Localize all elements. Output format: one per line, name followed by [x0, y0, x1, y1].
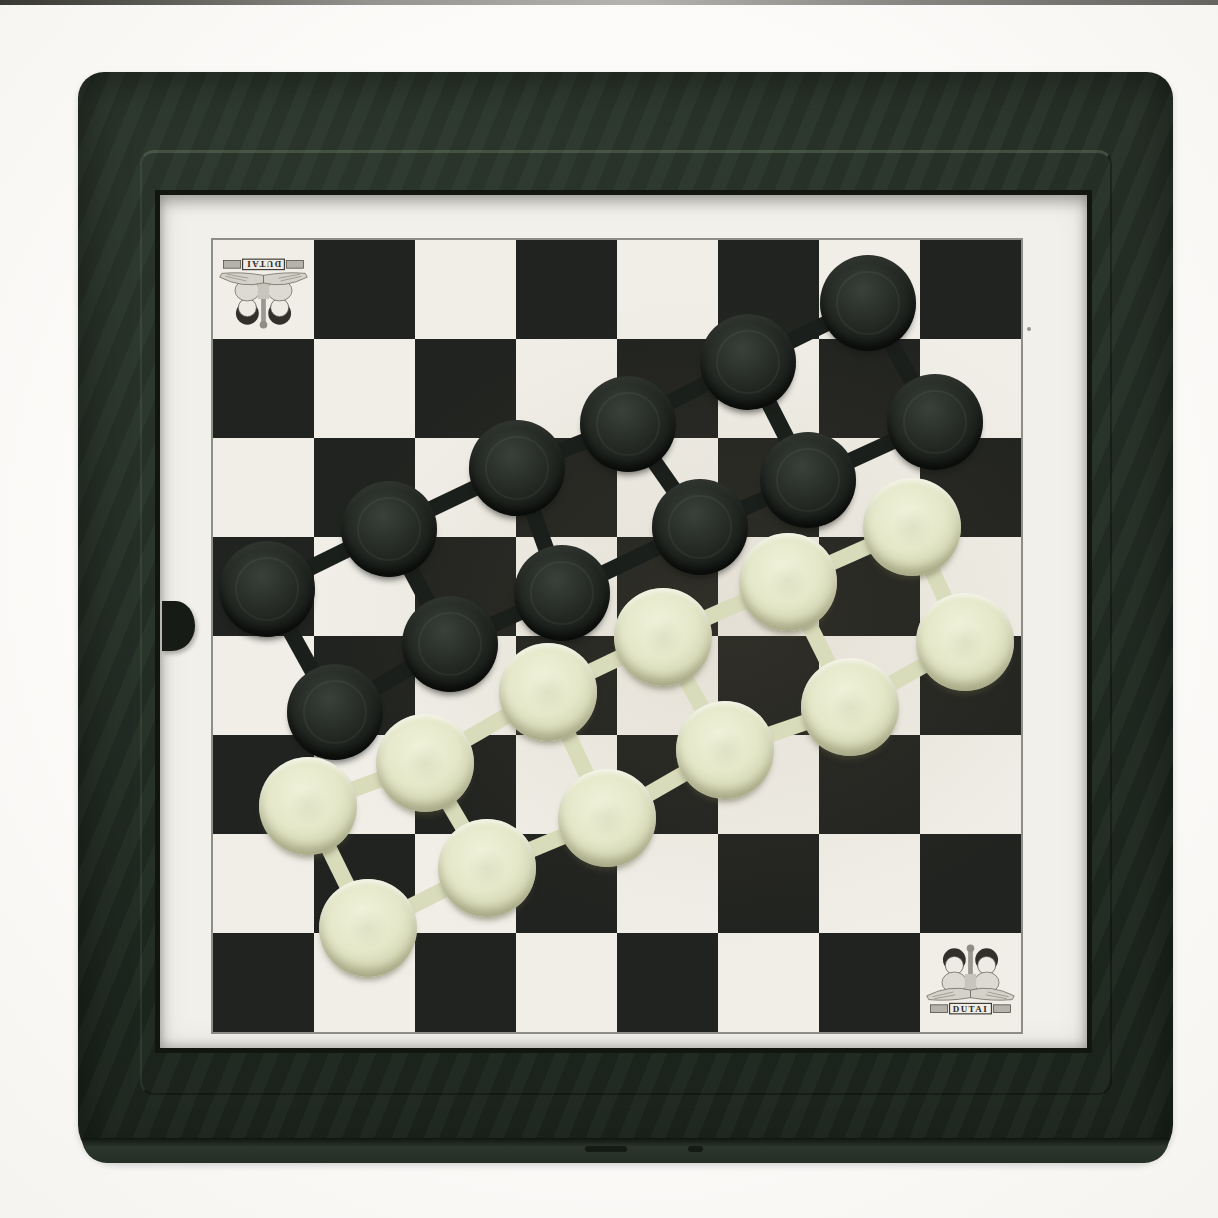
black-checker[interactable] [887, 374, 983, 470]
frame-lip-notch [688, 1146, 703, 1152]
square-r6c6[interactable] [819, 834, 920, 933]
square-r0c2[interactable] [415, 240, 516, 339]
white-checker[interactable] [801, 658, 899, 756]
square-r6c5[interactable] [718, 834, 819, 933]
dust-speck [1027, 327, 1031, 331]
square-r6c7[interactable] [920, 834, 1021, 933]
frame-lip-notch [585, 1146, 627, 1152]
black-checker[interactable] [580, 376, 676, 472]
white-checker[interactable] [319, 879, 417, 977]
square-r0c4[interactable] [617, 240, 718, 339]
black-checker[interactable] [341, 481, 437, 577]
product-photo: DUTAI DUTAI [0, 0, 1218, 1218]
brand-logo-text: DUTAI [246, 259, 282, 269]
white-checker[interactable] [499, 643, 597, 741]
square-r7c3[interactable] [516, 933, 617, 1032]
white-checker[interactable] [558, 769, 656, 867]
white-checker[interactable] [376, 714, 474, 812]
black-checker[interactable] [469, 420, 565, 516]
square-r0c3[interactable] [516, 240, 617, 339]
square-r1c0[interactable] [213, 339, 314, 438]
square-r7c5[interactable] [718, 933, 819, 1032]
white-checker[interactable] [863, 478, 961, 576]
square-r2c0[interactable] [213, 438, 314, 537]
photo-top-edge-strip [0, 0, 1218, 5]
black-checker[interactable] [700, 314, 796, 410]
black-checker[interactable] [760, 432, 856, 528]
black-checker[interactable] [652, 479, 748, 575]
white-checker[interactable] [739, 533, 837, 631]
square-r5c7[interactable] [920, 735, 1021, 834]
square-r0c7[interactable] [920, 240, 1021, 339]
brand-emblem-graphic: DUTAI [216, 243, 311, 338]
brand-logo-text: DUTAI [953, 1004, 989, 1014]
square-r7c4[interactable] [617, 933, 718, 1032]
brand-emblem-graphic: DUTAI [923, 935, 1018, 1030]
square-r7c0[interactable] [213, 933, 314, 1032]
black-checker[interactable] [287, 664, 383, 760]
square-r7c6[interactable] [819, 933, 920, 1032]
black-checker[interactable] [219, 541, 315, 637]
white-checker[interactable] [916, 593, 1014, 691]
square-r0c1[interactable] [314, 240, 415, 339]
black-checker[interactable] [820, 255, 916, 351]
black-checker[interactable] [402, 596, 498, 692]
white-checker[interactable] [614, 588, 712, 686]
brand-logo-top-left: DUTAI [216, 243, 311, 338]
white-checker[interactable] [676, 701, 774, 799]
black-checker[interactable] [514, 545, 610, 641]
square-r1c1[interactable] [314, 339, 415, 438]
brand-logo-bottom-right: DUTAI [923, 935, 1018, 1030]
white-checker[interactable] [438, 819, 536, 917]
white-checker[interactable] [259, 757, 357, 855]
square-r7c2[interactable] [415, 933, 516, 1032]
